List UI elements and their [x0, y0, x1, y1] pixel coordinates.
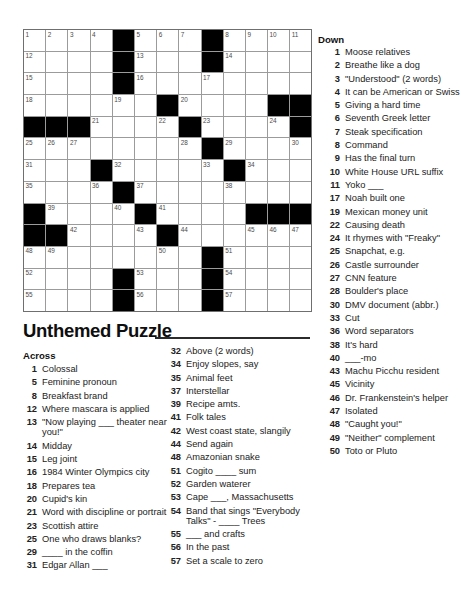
white-cell[interactable]: 12: [24, 52, 45, 73]
black-cell: [91, 160, 112, 181]
white-cell[interactable]: [179, 247, 200, 268]
black-cell: [290, 117, 311, 138]
white-cell[interactable]: [113, 247, 134, 268]
white-cell[interactable]: 41: [157, 204, 178, 225]
clue-number: 57: [167, 556, 181, 566]
white-cell[interactable]: 3: [68, 30, 89, 51]
clue-item: 7Steak specification: [318, 127, 470, 137]
white-cell[interactable]: [202, 225, 223, 246]
white-cell[interactable]: [202, 95, 223, 116]
cell-number: 3: [70, 31, 74, 38]
white-cell[interactable]: [91, 204, 112, 225]
white-cell[interactable]: 27: [68, 138, 89, 159]
cell-number: 11: [292, 31, 299, 38]
white-cell[interactable]: 49: [46, 247, 67, 268]
clue-item: 15Leg joint: [23, 454, 169, 464]
across-clue-list-left: 1Colossal5Feminine pronoun8Breakfast bra…: [23, 364, 169, 574]
white-cell[interactable]: [268, 73, 289, 94]
white-cell[interactable]: 18: [24, 95, 45, 116]
black-cell: [290, 95, 311, 116]
white-cell[interactable]: [113, 225, 134, 246]
clue-text: Colossal: [42, 364, 168, 374]
white-cell[interactable]: [46, 95, 67, 116]
clue-item: 8Command: [318, 140, 470, 150]
white-cell[interactable]: [46, 269, 67, 290]
cell-number: 27: [70, 139, 77, 146]
clue-text: Feminine pronoun: [42, 377, 168, 387]
cell-number: 7: [181, 31, 185, 38]
white-cell[interactable]: 55: [24, 290, 45, 311]
white-cell[interactable]: 19: [113, 95, 134, 116]
white-cell[interactable]: 21: [91, 117, 112, 138]
clue-item: 49"Neither" complement: [318, 433, 470, 443]
white-cell[interactable]: [157, 138, 178, 159]
cell-number: 39: [48, 204, 55, 211]
white-cell[interactable]: [68, 290, 89, 311]
clue-text: Breakfast brand: [42, 391, 168, 401]
black-cell: [268, 95, 289, 116]
clue-item: 28Boulder's place: [318, 286, 470, 296]
white-cell[interactable]: 11: [290, 30, 311, 51]
white-cell[interactable]: [68, 247, 89, 268]
clue-item: 53Cape ___, Massachusetts: [167, 492, 309, 502]
black-cell: [68, 117, 89, 138]
black-cell: [113, 52, 134, 73]
white-cell[interactable]: [91, 247, 112, 268]
white-cell[interactable]: 39: [46, 204, 67, 225]
white-cell[interactable]: [179, 182, 200, 203]
white-cell[interactable]: 4: [91, 30, 112, 51]
white-cell[interactable]: [135, 95, 156, 116]
clue-number: 3: [318, 74, 340, 84]
white-cell[interactable]: [135, 247, 156, 268]
clue-text: Cape ___, Massachusetts: [186, 492, 308, 502]
white-cell[interactable]: 9: [246, 30, 267, 51]
black-cell: [268, 204, 289, 225]
cell-number: 38: [225, 182, 232, 189]
white-cell[interactable]: 42: [68, 225, 89, 246]
cell-number: 21: [92, 117, 99, 124]
clue-item: 4It can be American or Swiss: [318, 87, 470, 97]
clue-number: 2: [318, 60, 340, 70]
cell-number: 19: [114, 96, 121, 103]
white-cell[interactable]: [179, 160, 200, 181]
white-cell[interactable]: 57: [224, 290, 245, 311]
white-cell[interactable]: 35: [24, 182, 45, 203]
cell-number: 5: [136, 31, 140, 38]
white-cell[interactable]: 16: [135, 73, 156, 94]
white-cell[interactable]: [246, 290, 267, 311]
white-cell[interactable]: [268, 160, 289, 181]
clue-item: 3"Understood" (2 words): [318, 74, 470, 84]
white-cell[interactable]: [91, 290, 112, 311]
cell-number: 12: [26, 52, 33, 59]
clue-text: Mexican money unit: [345, 207, 465, 217]
white-cell[interactable]: 32: [113, 160, 134, 181]
white-cell[interactable]: [268, 182, 289, 203]
white-cell[interactable]: [157, 290, 178, 311]
cell-number: 52: [26, 269, 33, 276]
cell-number: 33: [203, 161, 210, 168]
clue-number: 14: [23, 441, 37, 451]
white-cell[interactable]: [68, 160, 89, 181]
white-cell[interactable]: 10: [268, 30, 289, 51]
white-cell[interactable]: 43: [135, 225, 156, 246]
clue-number: 53: [167, 492, 181, 502]
white-cell[interactable]: [91, 73, 112, 94]
white-cell[interactable]: [290, 182, 311, 203]
white-cell[interactable]: 34: [246, 160, 267, 181]
white-cell[interactable]: [113, 117, 134, 138]
white-cell[interactable]: 53: [135, 269, 156, 290]
white-cell[interactable]: [246, 247, 267, 268]
clue-number: 28: [318, 286, 340, 296]
white-cell[interactable]: [224, 73, 245, 94]
cell-number: 15: [26, 74, 33, 81]
clue-item: 9Has the final turn: [318, 153, 470, 163]
white-cell[interactable]: 23: [202, 117, 223, 138]
clue-number: 48: [167, 452, 181, 462]
clue-text: Garden waterer: [186, 479, 308, 489]
clue-number: 49: [318, 433, 340, 443]
white-cell[interactable]: [224, 95, 245, 116]
cell-number: 50: [159, 247, 166, 254]
white-cell[interactable]: [68, 73, 89, 94]
clue-number: 36: [318, 326, 340, 336]
clue-item: 25Snapchat, e.g.: [318, 246, 470, 256]
clue-number: 56: [167, 542, 181, 552]
white-cell[interactable]: 44: [179, 225, 200, 246]
black-cell: [202, 247, 223, 268]
clue-number: 26: [318, 260, 340, 270]
black-cell: [202, 269, 223, 290]
white-cell[interactable]: [268, 269, 289, 290]
clue-number: 31: [23, 560, 37, 570]
clue-item: 33Cut: [318, 313, 470, 323]
clue-text: ___-mo: [345, 353, 465, 363]
white-cell[interactable]: [290, 247, 311, 268]
white-cell[interactable]: 38: [224, 182, 245, 203]
clue-number: 8: [23, 391, 37, 401]
white-cell[interactable]: 29: [224, 138, 245, 159]
white-cell[interactable]: [135, 138, 156, 159]
white-cell[interactable]: 14: [224, 52, 245, 73]
clue-number: 30: [318, 300, 340, 310]
clue-text: It can be American or Swiss: [345, 87, 465, 97]
clue-text: Snapchat, e.g.: [345, 246, 465, 256]
clue-text: ____ in the coffin: [42, 547, 168, 557]
clue-item: 47Isolated: [318, 406, 470, 416]
white-cell[interactable]: [91, 269, 112, 290]
white-cell[interactable]: [157, 73, 178, 94]
clue-number: 5: [23, 377, 37, 387]
clue-text: Moose relatives: [345, 47, 465, 57]
clue-number: 46: [318, 393, 340, 403]
white-cell[interactable]: [135, 160, 156, 181]
white-cell[interactable]: 36: [91, 182, 112, 203]
white-cell[interactable]: 5: [135, 30, 156, 51]
clue-text: It rhymes with "Freaky": [345, 233, 465, 243]
clue-number: 17: [318, 193, 340, 203]
white-cell[interactable]: [68, 269, 89, 290]
clue-item: 1Colossal: [23, 364, 169, 374]
clue-item: 54Band that sings "Everybody Talks" - __…: [167, 506, 309, 527]
black-cell: [157, 95, 178, 116]
cell-number: 57: [225, 291, 232, 298]
white-cell[interactable]: 50: [157, 247, 178, 268]
white-cell[interactable]: [113, 138, 134, 159]
white-cell[interactable]: 45: [246, 225, 267, 246]
clue-text: Noah built one: [345, 193, 465, 203]
white-cell[interactable]: 47: [290, 225, 311, 246]
white-cell[interactable]: 30: [290, 138, 311, 159]
clue-text: Where mascara is applied: [42, 404, 168, 414]
white-cell[interactable]: [91, 138, 112, 159]
white-cell[interactable]: [246, 269, 267, 290]
white-cell[interactable]: [91, 95, 112, 116]
clue-item: 20Cupid's kin: [23, 494, 169, 504]
cell-number: 31: [26, 161, 33, 168]
clue-item: 161984 Winter Olympics city: [23, 467, 169, 477]
clue-text: Cupid's kin: [42, 494, 168, 504]
cell-number: 8: [225, 31, 229, 38]
black-cell: [46, 117, 67, 138]
white-cell[interactable]: 7: [179, 30, 200, 51]
clue-text: Send again: [186, 439, 308, 449]
clue-number: 1: [23, 364, 37, 374]
clue-item: 26Castle surrounder: [318, 260, 470, 270]
white-cell[interactable]: [157, 182, 178, 203]
white-cell[interactable]: [46, 290, 67, 311]
cell-number: 1: [26, 31, 30, 38]
black-cell: [224, 160, 245, 181]
white-cell[interactable]: [202, 204, 223, 225]
clue-item: 19Mexican money unit: [318, 207, 470, 217]
white-cell[interactable]: [246, 138, 267, 159]
white-cell[interactable]: 37: [135, 182, 156, 203]
white-cell[interactable]: [268, 247, 289, 268]
white-cell[interactable]: [224, 225, 245, 246]
clue-item: 22Causing death: [318, 220, 470, 230]
clue-item: 36Word separators: [318, 326, 470, 336]
cell-number: 47: [292, 226, 299, 233]
cell-number: 6: [159, 31, 163, 38]
black-cell: [113, 182, 134, 203]
clue-number: 19: [318, 207, 340, 217]
white-cell[interactable]: 8: [224, 30, 245, 51]
clue-item: 42West coast state, slangily: [167, 426, 309, 436]
clue-item: 32Above (2 words): [167, 346, 309, 356]
cell-number: 29: [225, 139, 232, 146]
white-cell[interactable]: [46, 160, 67, 181]
white-cell[interactable]: [179, 290, 200, 311]
white-cell[interactable]: 33: [202, 160, 223, 181]
clue-text: "Neither" complement: [345, 433, 465, 443]
clue-number: 54: [167, 506, 181, 516]
white-cell[interactable]: [246, 73, 267, 94]
white-cell[interactable]: 15: [24, 73, 45, 94]
white-cell[interactable]: [290, 290, 311, 311]
clue-item: 18Prepares tea: [23, 481, 169, 491]
white-cell[interactable]: [91, 52, 112, 73]
white-cell[interactable]: [68, 182, 89, 203]
white-cell[interactable]: [46, 73, 67, 94]
clue-text: Band that sings "Everybody Talks" - ____…: [186, 506, 308, 527]
cell-number: 22: [159, 117, 166, 124]
white-cell[interactable]: [246, 182, 267, 203]
clue-item: 44Send again: [167, 439, 309, 449]
white-cell[interactable]: 40: [113, 204, 134, 225]
clue-number: 41: [167, 412, 181, 422]
cell-number: 56: [136, 291, 143, 298]
cell-number: 25: [26, 139, 33, 146]
cell-number: 18: [26, 96, 33, 103]
white-cell[interactable]: 48: [24, 247, 45, 268]
clue-number: 4: [318, 87, 340, 97]
clue-text: Machu Picchu resident: [345, 366, 465, 376]
clue-number: 16: [23, 467, 37, 477]
clue-text: Castle surrounder: [345, 260, 465, 270]
clue-text: "Caught you!": [345, 419, 465, 429]
clue-item: 48"Caught you!": [318, 419, 470, 429]
clue-text: 1984 Winter Olympics city: [42, 467, 168, 477]
black-cell: [113, 73, 134, 94]
white-cell[interactable]: 6: [157, 30, 178, 51]
clue-number: 5: [318, 100, 340, 110]
white-cell[interactable]: [157, 52, 178, 73]
white-cell[interactable]: [290, 269, 311, 290]
clue-item: 25One who draws blanks?: [23, 534, 169, 544]
black-cell: [157, 225, 178, 246]
cell-number: 30: [292, 139, 299, 146]
clue-item: 6Seventh Greek letter: [318, 113, 470, 123]
white-cell[interactable]: [179, 269, 200, 290]
white-cell[interactable]: 17: [202, 73, 223, 94]
white-cell[interactable]: 22: [157, 117, 178, 138]
white-cell[interactable]: [179, 52, 200, 73]
white-cell[interactable]: [224, 204, 245, 225]
clue-item: 2Breathe like a dog: [318, 60, 470, 70]
white-cell[interactable]: [179, 204, 200, 225]
white-cell[interactable]: 25: [24, 138, 45, 159]
crossword-page: 1234567891011121314151617181920212223242…: [0, 0, 474, 613]
cell-number: 51: [225, 247, 232, 254]
white-cell[interactable]: 28: [179, 138, 200, 159]
black-cell: [202, 52, 223, 73]
white-cell[interactable]: [202, 182, 223, 203]
white-cell[interactable]: [68, 52, 89, 73]
cell-number: 35: [26, 182, 33, 189]
clue-text: Prepares tea: [42, 481, 168, 491]
white-cell[interactable]: [91, 225, 112, 246]
clue-item: 12Where mascara is applied: [23, 404, 169, 414]
clue-number: 24: [318, 233, 340, 243]
clue-number: 10: [318, 167, 340, 177]
crossword-grid: 1234567891011121314151617181920212223242…: [23, 29, 312, 312]
white-cell[interactable]: [157, 160, 178, 181]
white-cell[interactable]: 2: [46, 30, 67, 51]
clue-text: Recipe amts.: [186, 399, 308, 409]
white-cell[interactable]: [224, 117, 245, 138]
clue-text: Breathe like a dog: [345, 60, 465, 70]
white-cell[interactable]: 1: [24, 30, 45, 51]
white-cell[interactable]: [268, 138, 289, 159]
clue-item: 41Folk tales: [167, 412, 309, 422]
clue-text: Set a scale to zero: [186, 556, 308, 566]
white-cell[interactable]: 24: [268, 117, 289, 138]
clue-text: It's hard: [345, 340, 465, 350]
white-cell[interactable]: 46: [268, 225, 289, 246]
black-cell: [113, 269, 134, 290]
cell-number: 48: [26, 247, 33, 254]
white-cell[interactable]: [246, 95, 267, 116]
white-cell[interactable]: 54: [224, 269, 245, 290]
clue-number: 1: [318, 47, 340, 57]
white-cell[interactable]: [135, 117, 156, 138]
white-cell[interactable]: 51: [224, 247, 245, 268]
clue-text: Word separators: [345, 326, 465, 336]
clue-item: 52Garden waterer: [167, 479, 309, 489]
clue-item: 38It's hard: [318, 340, 470, 350]
cell-number: 43: [136, 226, 143, 233]
clue-number: 52: [167, 479, 181, 489]
white-cell[interactable]: [179, 73, 200, 94]
white-cell[interactable]: [268, 290, 289, 311]
white-cell[interactable]: [46, 52, 67, 73]
white-cell[interactable]: 52: [24, 269, 45, 290]
white-cell[interactable]: [157, 269, 178, 290]
white-cell[interactable]: [290, 160, 311, 181]
white-cell[interactable]: [246, 117, 267, 138]
white-cell[interactable]: [268, 52, 289, 73]
clue-text: "Now playing ___ theater near you!": [42, 417, 168, 438]
clue-item: 51Cogito ____ sum: [167, 466, 309, 476]
white-cell[interactable]: [46, 182, 67, 203]
clue-item: 11Yoko ___: [318, 180, 470, 190]
white-cell[interactable]: 56: [135, 290, 156, 311]
white-cell[interactable]: 26: [46, 138, 67, 159]
clue-number: 33: [318, 313, 340, 323]
white-cell[interactable]: 13: [135, 52, 156, 73]
cell-number: 54: [225, 269, 232, 276]
clue-number: 6: [318, 113, 340, 123]
clue-text: Scottish attire: [42, 521, 168, 531]
cell-number: 26: [48, 139, 55, 146]
clue-item: 14Midday: [23, 441, 169, 451]
white-cell[interactable]: [68, 95, 89, 116]
white-cell[interactable]: 20: [179, 95, 200, 116]
white-cell[interactable]: [246, 52, 267, 73]
cell-number: 24: [270, 117, 277, 124]
clue-item: 35Animal feet: [167, 373, 309, 383]
clue-text: Edgar Allan ___: [42, 560, 168, 570]
clue-number: 25: [318, 246, 340, 256]
clue-item: 24It rhymes with "Freaky": [318, 233, 470, 243]
clue-number: 38: [318, 340, 340, 350]
black-cell: [246, 204, 267, 225]
white-cell[interactable]: [290, 52, 311, 73]
clue-item: 30DMV document (abbr.): [318, 300, 470, 310]
clue-text: Interstellar: [186, 386, 308, 396]
black-cell: [24, 204, 45, 225]
white-cell[interactable]: [290, 73, 311, 94]
cell-number: 23: [203, 117, 210, 124]
white-cell[interactable]: [68, 204, 89, 225]
puzzle-title: Unthemed Puzzle: [23, 320, 172, 341]
white-cell[interactable]: 31: [24, 160, 45, 181]
clue-item: 55___ and crafts: [167, 529, 309, 539]
clue-number: 8: [318, 140, 340, 150]
